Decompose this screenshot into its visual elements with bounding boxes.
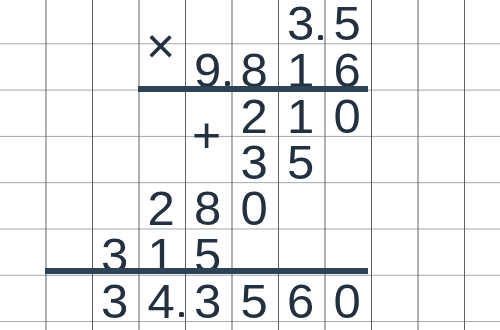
digit-cell: 2	[231, 90, 278, 136]
digit-cell: 0	[231, 182, 278, 228]
digit-cell: 8	[185, 182, 232, 228]
digit-cell: 8	[231, 44, 278, 90]
multiply-sign: ×	[137, 23, 184, 69]
digit-cell: 6	[324, 44, 371, 90]
plus-sign: +	[183, 112, 230, 158]
product-rule-line	[138, 86, 368, 92]
digit-cell: 0	[324, 275, 371, 321]
digit-cell: 4	[138, 275, 185, 321]
decimal-point	[179, 312, 184, 317]
digit-cell: 5	[231, 275, 278, 321]
decimal-point	[318, 35, 323, 40]
digit-cell: 1	[278, 90, 325, 136]
digit-cell: 6	[278, 275, 325, 321]
grid-paper: 35981621035280315343560	[0, 0, 500, 330]
digit-cell: 9	[185, 44, 232, 90]
digit-cell: 0	[324, 90, 371, 136]
digit-cell: 5	[278, 136, 325, 182]
sum-rule-line	[45, 268, 368, 274]
digit-cell: 3	[92, 275, 139, 321]
digit-cell: 1	[278, 44, 325, 90]
digit-cell: 2	[138, 182, 185, 228]
digit-cell: 3	[278, 0, 325, 44]
digit-cell: 3	[185, 275, 232, 321]
worksheet: 35981621035280315343560 × +	[0, 0, 500, 330]
digit-cell: 3	[231, 136, 278, 182]
digit-cell: 5	[324, 0, 371, 44]
